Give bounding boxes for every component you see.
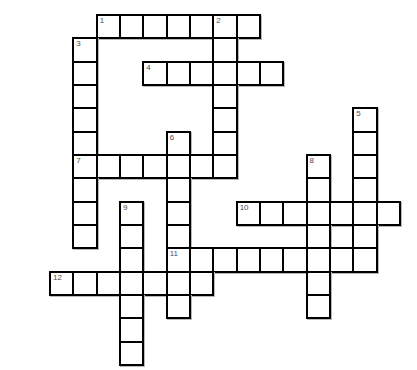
cell[interactable] [166, 271, 191, 296]
cell[interactable] [259, 61, 284, 86]
cell[interactable]: 9 [119, 201, 144, 226]
cell[interactable] [306, 224, 331, 249]
cell[interactable] [282, 201, 307, 226]
cell[interactable] [72, 61, 97, 86]
cell[interactable] [72, 271, 97, 296]
cell[interactable] [212, 131, 237, 156]
cell[interactable] [352, 177, 377, 202]
cell[interactable]: 7 [72, 154, 97, 179]
cell[interactable] [142, 271, 167, 296]
cell[interactable] [166, 224, 191, 249]
cell[interactable] [72, 224, 97, 249]
clue-number: 12 [53, 273, 62, 282]
cell[interactable] [212, 247, 237, 272]
clue-number: 11 [170, 249, 178, 258]
clue-number: 5 [356, 109, 360, 118]
cell[interactable] [189, 247, 214, 272]
cell[interactable] [96, 154, 121, 179]
cell[interactable] [119, 317, 144, 342]
cell[interactable] [119, 271, 144, 296]
cell[interactable] [119, 14, 144, 39]
clue-number: 7 [76, 156, 80, 165]
clue-number: 10 [240, 203, 249, 212]
cell[interactable] [329, 247, 354, 272]
cell[interactable] [166, 61, 191, 86]
cell[interactable] [306, 294, 331, 319]
cell[interactable] [212, 107, 237, 132]
cell[interactable] [166, 14, 191, 39]
cell[interactable] [142, 14, 167, 39]
cell[interactable] [306, 177, 331, 202]
cell[interactable] [119, 224, 144, 249]
cell[interactable] [119, 247, 144, 272]
cell[interactable] [166, 294, 191, 319]
cell[interactable] [352, 224, 377, 249]
cell[interactable]: 5 [352, 107, 377, 132]
cell[interactable] [306, 201, 331, 226]
cell[interactable] [376, 201, 401, 226]
cell[interactable] [166, 177, 191, 202]
cell[interactable] [212, 37, 237, 62]
cell[interactable] [212, 154, 237, 179]
cell[interactable] [142, 154, 167, 179]
cell[interactable] [259, 201, 284, 226]
cell[interactable] [189, 61, 214, 86]
cell[interactable] [72, 84, 97, 109]
cell[interactable] [119, 341, 144, 366]
cell[interactable] [72, 107, 97, 132]
cell[interactable] [352, 154, 377, 179]
cell[interactable]: 6 [166, 131, 191, 156]
cell[interactable] [282, 247, 307, 272]
cell[interactable] [72, 201, 97, 226]
cell[interactable] [189, 14, 214, 39]
cell[interactable] [96, 271, 121, 296]
cell[interactable] [212, 84, 237, 109]
clue-number: 8 [310, 156, 314, 165]
clue-number: 9 [123, 203, 127, 212]
cell[interactable] [352, 201, 377, 226]
clue-number: 4 [146, 63, 150, 72]
cell[interactable] [352, 247, 377, 272]
cell[interactable] [306, 247, 331, 272]
cell[interactable] [189, 271, 214, 296]
cell[interactable]: 11 [166, 247, 191, 272]
crossword-board: 123456789101112 [50, 15, 400, 365]
cell[interactable]: 2 [212, 14, 237, 39]
cell[interactable] [212, 61, 237, 86]
cell[interactable] [236, 247, 261, 272]
cell[interactable] [329, 201, 354, 226]
cell[interactable] [119, 294, 144, 319]
cell[interactable]: 12 [49, 271, 74, 296]
clue-number: 3 [76, 39, 80, 48]
cell[interactable] [236, 61, 261, 86]
cell[interactable]: 8 [306, 154, 331, 179]
cell[interactable]: 10 [236, 201, 261, 226]
cell[interactable] [119, 154, 144, 179]
cell[interactable] [72, 177, 97, 202]
cell[interactable] [166, 201, 191, 226]
clue-number: 6 [170, 133, 174, 142]
cell[interactable]: 3 [72, 37, 97, 62]
cell[interactable] [189, 154, 214, 179]
cell[interactable] [166, 154, 191, 179]
cell[interactable]: 4 [142, 61, 167, 86]
cell[interactable] [236, 14, 261, 39]
cell[interactable] [259, 247, 284, 272]
cell[interactable] [72, 131, 97, 156]
cell[interactable]: 1 [96, 14, 121, 39]
cell[interactable] [352, 131, 377, 156]
clue-number: 1 [100, 16, 104, 25]
clue-number: 2 [216, 16, 220, 25]
cell[interactable] [306, 271, 331, 296]
